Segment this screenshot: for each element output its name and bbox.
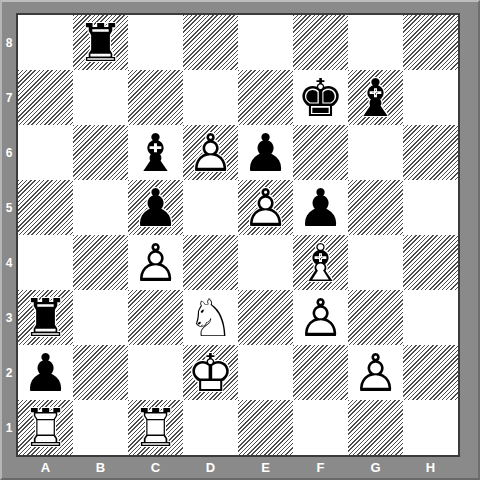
square-d4[interactable] (183, 235, 238, 290)
rank-label: 7 (2, 70, 16, 125)
square-e4[interactable] (238, 235, 293, 290)
file-labels: ABCDEFGH (18, 457, 458, 478)
square-e7[interactable] (238, 70, 293, 125)
file-label: B (73, 457, 128, 478)
square-c8[interactable] (128, 15, 183, 70)
square-a2[interactable]: ♟ (18, 345, 73, 400)
square-b4[interactable] (73, 235, 128, 290)
piece-black-rook: ♜ (73, 15, 128, 70)
square-b7[interactable] (73, 70, 128, 125)
square-c3[interactable] (128, 290, 183, 345)
square-a5[interactable] (18, 180, 73, 235)
chess-board: ♜♚♝♝♟♙♟♟♟♙♟♟♙♝♗♜♞♘♟♙♟♚♔♟♙♜♖♜♖ (18, 15, 458, 455)
square-e6[interactable]: ♟ (238, 125, 293, 180)
square-h1[interactable] (403, 400, 458, 455)
square-c5[interactable]: ♟ (128, 180, 183, 235)
square-a7[interactable] (18, 70, 73, 125)
square-h8[interactable] (403, 15, 458, 70)
square-b2[interactable] (73, 345, 128, 400)
square-g2[interactable]: ♟♙ (348, 345, 403, 400)
square-c4[interactable]: ♟♙ (128, 235, 183, 290)
piece-white-rook: ♜♖ (128, 400, 183, 455)
square-b1[interactable] (73, 400, 128, 455)
chess-board-border: ♜♚♝♝♟♙♟♟♟♙♟♟♙♝♗♜♞♘♟♙♟♚♔♟♙♜♖♜♖ (16, 13, 460, 457)
piece-black-pawn: ♟ (128, 180, 183, 235)
square-c6[interactable]: ♝ (128, 125, 183, 180)
square-h5[interactable] (403, 180, 458, 235)
square-h7[interactable] (403, 70, 458, 125)
square-f6[interactable] (293, 125, 348, 180)
piece-black-rook: ♜ (18, 290, 73, 345)
square-a6[interactable] (18, 125, 73, 180)
square-f4[interactable]: ♝♗ (293, 235, 348, 290)
piece-white-pawn: ♟♙ (128, 235, 183, 290)
rank-label: 2 (2, 345, 16, 400)
piece-white-pawn: ♟♙ (183, 125, 238, 180)
file-label: F (293, 457, 348, 478)
file-label: H (403, 457, 458, 478)
square-d6[interactable]: ♟♙ (183, 125, 238, 180)
square-b8[interactable]: ♜ (73, 15, 128, 70)
piece-white-bishop: ♝♗ (293, 235, 348, 290)
rank-label: 1 (2, 400, 16, 455)
square-g6[interactable] (348, 125, 403, 180)
square-e8[interactable] (238, 15, 293, 70)
square-b5[interactable] (73, 180, 128, 235)
piece-black-pawn: ♟ (238, 125, 293, 180)
square-f1[interactable] (293, 400, 348, 455)
square-g1[interactable] (348, 400, 403, 455)
file-label: G (348, 457, 403, 478)
square-g7[interactable]: ♝ (348, 70, 403, 125)
square-e2[interactable] (238, 345, 293, 400)
square-g4[interactable] (348, 235, 403, 290)
square-c7[interactable] (128, 70, 183, 125)
piece-black-bishop: ♝ (348, 70, 403, 125)
square-h2[interactable] (403, 345, 458, 400)
square-h4[interactable] (403, 235, 458, 290)
piece-white-knight: ♞♘ (183, 290, 238, 345)
square-h6[interactable] (403, 125, 458, 180)
piece-white-pawn: ♟♙ (238, 180, 293, 235)
square-a8[interactable] (18, 15, 73, 70)
square-d7[interactable] (183, 70, 238, 125)
rank-label: 3 (2, 290, 16, 345)
rank-label: 5 (2, 180, 16, 235)
piece-white-king: ♚♔ (183, 345, 238, 400)
square-a1[interactable]: ♜♖ (18, 400, 73, 455)
square-f3[interactable]: ♟♙ (293, 290, 348, 345)
square-h3[interactable] (403, 290, 458, 345)
piece-black-king: ♚ (293, 70, 348, 125)
piece-black-pawn: ♟ (293, 180, 348, 235)
square-a3[interactable]: ♜ (18, 290, 73, 345)
square-e5[interactable]: ♟♙ (238, 180, 293, 235)
rank-label: 4 (2, 235, 16, 290)
square-g3[interactable] (348, 290, 403, 345)
square-d3[interactable]: ♞♘ (183, 290, 238, 345)
square-f5[interactable]: ♟ (293, 180, 348, 235)
square-c1[interactable]: ♜♖ (128, 400, 183, 455)
file-label: D (183, 457, 238, 478)
square-e1[interactable] (238, 400, 293, 455)
square-d8[interactable] (183, 15, 238, 70)
square-g5[interactable] (348, 180, 403, 235)
square-d5[interactable] (183, 180, 238, 235)
square-d2[interactable]: ♚♔ (183, 345, 238, 400)
square-f2[interactable] (293, 345, 348, 400)
piece-black-pawn: ♟ (18, 345, 73, 400)
piece-white-pawn: ♟♙ (293, 290, 348, 345)
rank-labels: 87654321 (2, 15, 16, 455)
file-label: C (128, 457, 183, 478)
square-f8[interactable] (293, 15, 348, 70)
rank-label: 6 (2, 125, 16, 180)
square-f7[interactable]: ♚ (293, 70, 348, 125)
chess-diagram-frame: ♜♚♝♝♟♙♟♟♟♙♟♟♙♝♗♜♞♘♟♙♟♚♔♟♙♜♖♜♖ 87654321 A… (0, 0, 480, 480)
square-a4[interactable] (18, 235, 73, 290)
square-d1[interactable] (183, 400, 238, 455)
piece-white-rook: ♜♖ (18, 400, 73, 455)
file-label: E (238, 457, 293, 478)
square-c2[interactable] (128, 345, 183, 400)
piece-black-bishop: ♝ (128, 125, 183, 180)
square-b3[interactable] (73, 290, 128, 345)
rank-label: 8 (2, 15, 16, 70)
square-g8[interactable] (348, 15, 403, 70)
piece-white-pawn: ♟♙ (348, 345, 403, 400)
square-e3[interactable] (238, 290, 293, 345)
square-b6[interactable] (73, 125, 128, 180)
file-label: A (18, 457, 73, 478)
